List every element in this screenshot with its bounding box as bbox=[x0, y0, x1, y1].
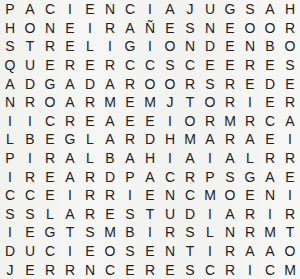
grid-cell[interactable]: J bbox=[0, 260, 20, 279]
grid-cell[interactable]: B bbox=[120, 223, 140, 242]
grid-cell[interactable]: I bbox=[160, 112, 180, 131]
grid-cell[interactable]: A bbox=[20, 0, 40, 19]
grid-cell[interactable]: C bbox=[40, 112, 60, 131]
grid-cell[interactable]: R bbox=[40, 37, 60, 56]
grid-cell[interactable]: O bbox=[220, 186, 240, 205]
grid-cell[interactable]: I bbox=[200, 149, 220, 168]
grid-cell[interactable]: C bbox=[200, 260, 220, 279]
grid-cell[interactable]: M bbox=[280, 260, 300, 279]
grid-cell[interactable]: N bbox=[40, 19, 60, 38]
grid-cell[interactable]: N bbox=[220, 223, 240, 242]
grid-cell[interactable]: R bbox=[100, 56, 120, 75]
grid-cell[interactable]: D bbox=[180, 205, 200, 224]
grid-cell[interactable]: R bbox=[60, 260, 80, 279]
grid-cell[interactable]: E bbox=[220, 56, 240, 75]
grid-cell[interactable]: R bbox=[280, 19, 300, 38]
grid-cell[interactable]: I bbox=[200, 242, 220, 261]
grid-cell[interactable]: N bbox=[100, 0, 120, 19]
grid-cell[interactable]: A bbox=[140, 167, 160, 186]
grid-cell[interactable]: S bbox=[180, 19, 200, 38]
grid-cell[interactable]: P bbox=[120, 167, 140, 186]
grid-cell[interactable]: E bbox=[140, 242, 160, 261]
grid-cell[interactable]: G bbox=[60, 130, 80, 149]
grid-cell[interactable]: R bbox=[240, 223, 260, 242]
grid-cell[interactable]: R bbox=[220, 130, 240, 149]
grid-cell[interactable]: Q bbox=[0, 56, 20, 75]
grid-cell[interactable]: E bbox=[20, 260, 40, 279]
grid-cell[interactable]: C bbox=[0, 186, 20, 205]
grid-cell[interactable]: R bbox=[160, 223, 180, 242]
grid-cell[interactable]: R bbox=[20, 93, 40, 112]
grid-cell[interactable]: C bbox=[180, 186, 200, 205]
grid-cell[interactable]: R bbox=[40, 149, 60, 168]
grid-cell[interactable]: T bbox=[180, 93, 200, 112]
grid-cell[interactable]: T bbox=[140, 205, 160, 224]
grid-cell[interactable]: S bbox=[240, 0, 260, 19]
grid-cell[interactable]: O bbox=[180, 112, 200, 131]
grid-cell[interactable]: C bbox=[180, 56, 200, 75]
grid-cell[interactable]: A bbox=[260, 0, 280, 19]
grid-cell[interactable]: I bbox=[120, 186, 140, 205]
grid-cell[interactable]: O bbox=[280, 37, 300, 56]
grid-cell[interactable]: A bbox=[260, 242, 280, 261]
grid-cell[interactable]: N bbox=[80, 260, 100, 279]
grid-cell[interactable]: C bbox=[260, 260, 280, 279]
grid-cell[interactable]: D bbox=[80, 74, 100, 93]
grid-cell[interactable]: I bbox=[280, 186, 300, 205]
grid-cell[interactable]: R bbox=[100, 19, 120, 38]
grid-cell[interactable]: R bbox=[280, 149, 300, 168]
grid-cell[interactable]: L bbox=[40, 205, 60, 224]
grid-cell[interactable]: A bbox=[60, 149, 80, 168]
grid-cell[interactable]: E bbox=[40, 130, 60, 149]
grid-cell[interactable]: R bbox=[100, 186, 120, 205]
grid-cell[interactable]: A bbox=[100, 74, 120, 93]
grid-cell[interactable]: D bbox=[260, 74, 280, 93]
grid-cell[interactable]: A bbox=[280, 112, 300, 131]
grid-cell[interactable]: G bbox=[240, 167, 260, 186]
grid-cell[interactable]: N bbox=[180, 37, 200, 56]
grid-cell[interactable]: G bbox=[40, 74, 60, 93]
grid-cell[interactable]: R bbox=[80, 205, 100, 224]
grid-cell[interactable]: O bbox=[140, 74, 160, 93]
grid-cell[interactable]: E bbox=[220, 37, 240, 56]
grid-cell[interactable]: I bbox=[80, 19, 100, 38]
grid-cell[interactable]: I bbox=[20, 112, 40, 131]
grid-cell[interactable]: L bbox=[0, 130, 20, 149]
grid-cell[interactable]: R bbox=[80, 186, 100, 205]
grid-cell[interactable]: A bbox=[180, 149, 200, 168]
grid-cell[interactable]: N bbox=[240, 37, 260, 56]
grid-cell[interactable]: E bbox=[40, 167, 60, 186]
grid-cell[interactable]: R bbox=[80, 93, 100, 112]
grid-cell[interactable]: S bbox=[180, 223, 200, 242]
grid-cell[interactable]: A bbox=[60, 74, 80, 93]
grid-cell[interactable]: B bbox=[100, 149, 120, 168]
grid-cell[interactable]: P bbox=[200, 167, 220, 186]
grid-cell[interactable]: R bbox=[200, 112, 220, 131]
grid-cell[interactable]: E bbox=[20, 223, 40, 242]
grid-cell[interactable]: N bbox=[160, 242, 180, 261]
grid-cell[interactable]: S bbox=[120, 205, 140, 224]
grid-cell[interactable]: R bbox=[220, 242, 240, 261]
grid-cell[interactable]: H bbox=[160, 130, 180, 149]
grid-cell[interactable]: E bbox=[40, 56, 60, 75]
grid-cell[interactable]: E bbox=[140, 112, 160, 131]
grid-cell[interactable]: I bbox=[160, 149, 180, 168]
grid-cell[interactable]: E bbox=[280, 74, 300, 93]
grid-cell[interactable]: T bbox=[20, 37, 40, 56]
grid-cell[interactable]: R bbox=[80, 167, 100, 186]
grid-cell[interactable]: R bbox=[140, 260, 160, 279]
grid-cell[interactable]: I bbox=[20, 149, 40, 168]
grid-cell[interactable]: R bbox=[20, 167, 40, 186]
grid-cell[interactable]: L bbox=[240, 149, 260, 168]
grid-cell[interactable]: M bbox=[220, 112, 240, 131]
grid-cell[interactable]: S bbox=[80, 223, 100, 242]
grid-cell[interactable]: R bbox=[120, 130, 140, 149]
grid-cell[interactable]: C bbox=[20, 186, 40, 205]
grid-cell[interactable]: G bbox=[120, 37, 140, 56]
word-search-grid: PACIENCIAJUGSAHHONEIRAÑESNEOORSTRELIGION… bbox=[0, 0, 300, 279]
grid-cell[interactable]: R bbox=[60, 56, 80, 75]
grid-cell[interactable]: E bbox=[120, 93, 140, 112]
grid-cell[interactable]: S bbox=[0, 37, 20, 56]
grid-cell[interactable]: E bbox=[120, 260, 140, 279]
grid-cell[interactable]: M bbox=[180, 130, 200, 149]
grid-cell[interactable]: R bbox=[240, 112, 260, 131]
grid-cell[interactable]: T bbox=[280, 223, 300, 242]
grid-cell[interactable]: E bbox=[80, 56, 100, 75]
grid-cell[interactable]: A bbox=[120, 19, 140, 38]
grid-cell[interactable]: R bbox=[120, 74, 140, 93]
grid-cell[interactable]: D bbox=[100, 167, 120, 186]
grid-cell[interactable]: M bbox=[140, 93, 160, 112]
grid-cell[interactable]: I bbox=[240, 260, 260, 279]
grid-cell[interactable]: R bbox=[240, 205, 260, 224]
grid-cell[interactable]: I bbox=[60, 0, 80, 19]
grid-cell[interactable]: D bbox=[200, 37, 220, 56]
grid-cell[interactable]: O bbox=[160, 74, 180, 93]
grid-cell[interactable]: G bbox=[220, 0, 240, 19]
grid-cell[interactable]: D bbox=[0, 242, 20, 261]
grid-cell[interactable]: S bbox=[200, 74, 220, 93]
grid-cell[interactable]: O bbox=[260, 19, 280, 38]
grid-cell[interactable]: Ñ bbox=[140, 19, 160, 38]
grid-cell[interactable]: R bbox=[40, 260, 60, 279]
grid-cell[interactable]: U bbox=[20, 56, 40, 75]
grid-cell[interactable]: S bbox=[280, 56, 300, 75]
grid-cell[interactable]: I bbox=[60, 242, 80, 261]
grid-cell[interactable]: N bbox=[260, 186, 280, 205]
grid-cell[interactable]: O bbox=[40, 93, 60, 112]
grid-cell[interactable]: S bbox=[120, 242, 140, 261]
grid-cell[interactable]: R bbox=[220, 260, 240, 279]
grid-cell[interactable]: I bbox=[100, 37, 120, 56]
grid-cell[interactable]: I bbox=[280, 130, 300, 149]
grid-cell[interactable]: C bbox=[120, 56, 140, 75]
grid-cell[interactable]: N bbox=[0, 93, 20, 112]
grid-cell[interactable]: I bbox=[0, 112, 20, 131]
grid-cell[interactable]: L bbox=[80, 37, 100, 56]
grid-cell[interactable]: O bbox=[100, 242, 120, 261]
grid-cell[interactable]: L bbox=[200, 223, 220, 242]
grid-cell[interactable]: E bbox=[200, 56, 220, 75]
grid-cell[interactable]: E bbox=[80, 0, 100, 19]
grid-cell[interactable]: A bbox=[60, 205, 80, 224]
grid-cell[interactable]: I bbox=[0, 223, 20, 242]
grid-cell[interactable]: E bbox=[160, 260, 180, 279]
grid-cell[interactable]: M bbox=[100, 93, 120, 112]
grid-cell[interactable]: S bbox=[0, 205, 20, 224]
grid-cell[interactable]: A bbox=[160, 0, 180, 19]
grid-cell[interactable]: E bbox=[260, 56, 280, 75]
grid-cell[interactable]: U bbox=[160, 205, 180, 224]
grid-cell[interactable]: A bbox=[220, 205, 240, 224]
grid-cell[interactable]: A bbox=[120, 149, 140, 168]
grid-cell[interactable]: R bbox=[180, 74, 200, 93]
grid-cell[interactable]: J bbox=[160, 93, 180, 112]
grid-cell[interactable]: O bbox=[240, 19, 260, 38]
grid-cell[interactable]: A bbox=[260, 167, 280, 186]
grid-cell[interactable]: E bbox=[160, 19, 180, 38]
grid-cell[interactable]: S bbox=[20, 205, 40, 224]
grid-cell[interactable]: I bbox=[0, 167, 20, 186]
grid-cell[interactable]: I bbox=[200, 205, 220, 224]
grid-cell[interactable]: E bbox=[100, 205, 120, 224]
grid-cell[interactable]: E bbox=[260, 130, 280, 149]
grid-cell[interactable]: S bbox=[180, 260, 200, 279]
grid-cell[interactable]: L bbox=[80, 149, 100, 168]
grid-cell[interactable]: O bbox=[280, 242, 300, 261]
grid-cell[interactable]: I bbox=[140, 223, 160, 242]
grid-cell[interactable]: A bbox=[240, 130, 260, 149]
grid-cell[interactable]: R bbox=[240, 56, 260, 75]
grid-cell[interactable]: C bbox=[120, 0, 140, 19]
grid-cell[interactable]: H bbox=[140, 149, 160, 168]
grid-cell[interactable]: O bbox=[200, 93, 220, 112]
grid-cell[interactable]: C bbox=[40, 242, 60, 261]
grid-cell[interactable]: A bbox=[60, 93, 80, 112]
grid-cell[interactable]: C bbox=[160, 167, 180, 186]
grid-cell[interactable]: R bbox=[220, 74, 240, 93]
grid-cell[interactable]: C bbox=[40, 0, 60, 19]
grid-cell[interactable]: O bbox=[20, 19, 40, 38]
grid-cell[interactable]: E bbox=[220, 19, 240, 38]
grid-cell[interactable]: R bbox=[280, 93, 300, 112]
grid-cell[interactable]: E bbox=[140, 186, 160, 205]
grid-cell[interactable]: E bbox=[120, 112, 140, 131]
grid-cell[interactable]: P bbox=[0, 149, 20, 168]
grid-cell[interactable]: C bbox=[140, 56, 160, 75]
grid-cell[interactable]: E bbox=[60, 37, 80, 56]
grid-cell[interactable]: A bbox=[60, 167, 80, 186]
grid-cell[interactable]: C bbox=[100, 260, 120, 279]
grid-cell[interactable]: I bbox=[140, 0, 160, 19]
grid-cell[interactable]: I bbox=[140, 37, 160, 56]
grid-cell[interactable]: C bbox=[260, 112, 280, 131]
grid-cell[interactable]: I bbox=[260, 205, 280, 224]
grid-cell[interactable]: E bbox=[80, 242, 100, 261]
grid-cell[interactable]: P bbox=[0, 0, 20, 19]
grid-cell[interactable]: A bbox=[0, 74, 20, 93]
grid-cell[interactable]: M bbox=[200, 186, 220, 205]
grid-cell[interactable]: E bbox=[60, 19, 80, 38]
grid-cell[interactable]: E bbox=[240, 186, 260, 205]
grid-cell[interactable]: G bbox=[40, 223, 60, 242]
grid-cell[interactable]: H bbox=[280, 0, 300, 19]
grid-cell[interactable]: O bbox=[160, 37, 180, 56]
grid-cell[interactable]: N bbox=[160, 186, 180, 205]
grid-cell[interactable]: M bbox=[260, 223, 280, 242]
grid-cell[interactable]: U bbox=[20, 242, 40, 261]
grid-cell[interactable]: U bbox=[200, 0, 220, 19]
grid-cell[interactable]: A bbox=[240, 242, 260, 261]
grid-cell[interactable]: A bbox=[100, 130, 120, 149]
grid-cell[interactable]: A bbox=[100, 112, 120, 131]
grid-cell[interactable]: S bbox=[220, 167, 240, 186]
grid-cell[interactable]: R bbox=[180, 167, 200, 186]
grid-cell[interactable]: I bbox=[60, 186, 80, 205]
grid-cell[interactable]: R bbox=[60, 112, 80, 131]
grid-cell[interactable]: M bbox=[100, 223, 120, 242]
grid-cell[interactable]: R bbox=[220, 93, 240, 112]
grid-cell[interactable]: E bbox=[260, 93, 280, 112]
grid-cell[interactable]: D bbox=[20, 74, 40, 93]
grid-cell[interactable]: E bbox=[240, 74, 260, 93]
grid-cell[interactable]: N bbox=[200, 19, 220, 38]
grid-cell[interactable]: E bbox=[280, 167, 300, 186]
grid-cell[interactable]: J bbox=[180, 0, 200, 19]
grid-cell[interactable]: A bbox=[220, 149, 240, 168]
grid-cell[interactable]: R bbox=[260, 149, 280, 168]
grid-cell[interactable]: T bbox=[60, 223, 80, 242]
grid-cell[interactable]: S bbox=[160, 56, 180, 75]
grid-cell[interactable]: B bbox=[20, 130, 40, 149]
grid-cell[interactable]: I bbox=[240, 93, 260, 112]
grid-cell[interactable]: R bbox=[280, 205, 300, 224]
grid-cell[interactable]: E bbox=[40, 186, 60, 205]
grid-cell[interactable]: D bbox=[140, 130, 160, 149]
grid-cell[interactable]: H bbox=[0, 19, 20, 38]
grid-cell[interactable]: T bbox=[180, 242, 200, 261]
grid-cell[interactable]: A bbox=[200, 130, 220, 149]
grid-cell[interactable]: E bbox=[80, 112, 100, 131]
grid-cell[interactable]: B bbox=[260, 37, 280, 56]
grid-cell[interactable]: L bbox=[80, 130, 100, 149]
